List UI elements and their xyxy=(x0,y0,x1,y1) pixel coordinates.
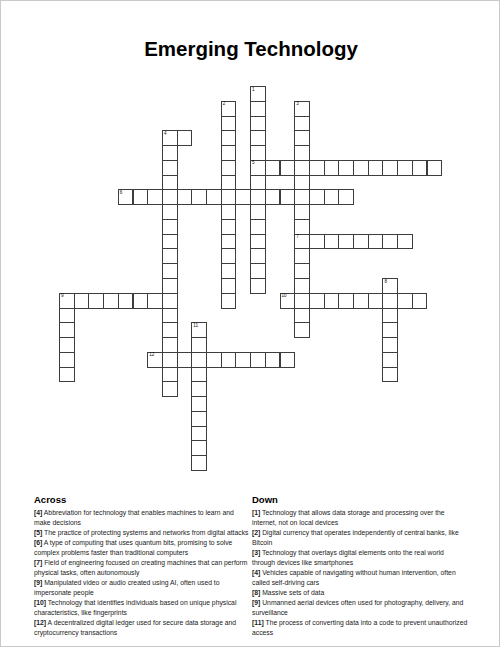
grid-cell[interactable] xyxy=(88,293,104,309)
grid-cell[interactable] xyxy=(412,160,428,176)
grid-cell[interactable] xyxy=(368,234,384,250)
grid-cell[interactable] xyxy=(235,352,251,368)
cell-number: 4 xyxy=(164,132,167,137)
grid-cell[interactable] xyxy=(338,189,354,205)
grid-cell[interactable] xyxy=(294,248,310,264)
grid-cell[interactable] xyxy=(250,204,266,220)
grid-cell[interactable] xyxy=(133,189,149,205)
clue-text: Abbreviation for technology that enables… xyxy=(34,509,234,526)
grid-cell[interactable] xyxy=(206,352,222,368)
grid-cell[interactable] xyxy=(397,160,413,176)
down-header: Down xyxy=(252,494,468,505)
grid-cell[interactable] xyxy=(250,352,266,368)
grid-cell[interactable] xyxy=(427,160,443,176)
clue-text: The practice of protecting systems and n… xyxy=(42,529,248,536)
grid-cell[interactable]: 3 xyxy=(294,101,310,117)
clue-item: [5] The practice of protecting systems a… xyxy=(34,528,250,538)
clue-item: [6] A type of computing that uses quantu… xyxy=(34,538,250,558)
grid-cell[interactable]: 9 xyxy=(59,293,75,309)
grid-cell[interactable]: 10 xyxy=(280,293,296,309)
grid-cell[interactable] xyxy=(162,175,178,191)
clue-item: [1] Technology that allows data storage … xyxy=(252,508,468,528)
grid-cell[interactable] xyxy=(324,189,340,205)
grid-cell[interactable] xyxy=(250,189,266,205)
grid-cell[interactable] xyxy=(177,130,193,146)
grid-cell[interactable] xyxy=(177,352,193,368)
clue-text: Manipulated video or audio created using… xyxy=(34,579,220,596)
crossword-grid: 123456789101112 xyxy=(59,86,442,471)
grid-cell[interactable] xyxy=(250,234,266,250)
clue-item: [12] A decentralized digital ledger used… xyxy=(34,618,250,638)
grid-cell[interactable] xyxy=(162,219,178,235)
grid-cell[interactable] xyxy=(162,204,178,220)
grid-cell[interactable] xyxy=(162,337,178,353)
clue-number: [12] xyxy=(34,619,46,626)
cell-number: 12 xyxy=(149,353,154,358)
grid-cell[interactable] xyxy=(250,116,266,132)
clue-item: [8] Massive sets of data xyxy=(252,588,468,598)
grid-cell[interactable] xyxy=(294,204,310,220)
grid-cell[interactable] xyxy=(74,293,90,309)
grid-cell[interactable]: 1 xyxy=(250,86,266,102)
cell-number: 8 xyxy=(384,280,387,285)
grid-cell[interactable] xyxy=(250,263,266,279)
clue-item: [4] Abbreviation for technology that ena… xyxy=(34,508,250,528)
grid-cell[interactable] xyxy=(294,293,310,309)
grid-cell[interactable] xyxy=(250,101,266,117)
grid-cell[interactable] xyxy=(280,352,296,368)
grid-cell[interactable] xyxy=(221,175,237,191)
grid-cell[interactable] xyxy=(324,234,340,250)
grid-cell[interactable] xyxy=(309,293,325,309)
grid-cell[interactable] xyxy=(338,160,354,176)
clues-across-section: Across [4] Abbreviation for technology t… xyxy=(34,494,250,638)
grid-cell[interactable]: 12 xyxy=(147,352,163,368)
grid-cell[interactable]: 7 xyxy=(294,234,310,250)
grid-cell[interactable] xyxy=(191,411,207,427)
grid-cell[interactable] xyxy=(294,160,310,176)
grid-cell[interactable] xyxy=(368,160,384,176)
page-title: Emerging Technology xyxy=(1,37,500,60)
clue-text: Technology that allows data storage and … xyxy=(252,509,445,526)
grid-cell[interactable] xyxy=(221,189,237,205)
grid-cell[interactable] xyxy=(397,293,413,309)
page-frame: Emerging Technology 123456789101112 Acro… xyxy=(0,0,500,647)
grid-cell[interactable] xyxy=(221,219,237,235)
grid-cell[interactable] xyxy=(221,204,237,220)
grid-cell[interactable] xyxy=(294,219,310,235)
grid-cell[interactable] xyxy=(191,337,207,353)
grid-cell[interactable] xyxy=(162,160,178,176)
across-header: Across xyxy=(34,494,250,505)
grid-cell[interactable] xyxy=(221,248,237,264)
clue-text: Field of engineering focused on creating… xyxy=(34,559,247,576)
grid-cell[interactable] xyxy=(294,263,310,279)
grid-cell[interactable] xyxy=(324,293,340,309)
grid-cell[interactable] xyxy=(162,263,178,279)
grid-cell[interactable]: 5 xyxy=(250,160,266,176)
grid-cell[interactable] xyxy=(221,130,237,146)
grid-cell[interactable] xyxy=(162,145,178,161)
clue-text: Technology that overlays digital element… xyxy=(252,549,444,566)
grid-cell[interactable] xyxy=(324,160,340,176)
grid-cell[interactable] xyxy=(309,160,325,176)
clue-text: A decentralized digital ledger used for … xyxy=(34,619,236,636)
grid-cell[interactable]: 11 xyxy=(191,322,207,338)
grid-cell[interactable] xyxy=(294,189,310,205)
grid-cell[interactable] xyxy=(162,352,178,368)
grid-cell[interactable] xyxy=(382,322,398,338)
clue-text: Digital currency that operates independe… xyxy=(252,529,459,546)
grid-cell[interactable] xyxy=(309,189,325,205)
grid-cell[interactable] xyxy=(118,293,134,309)
grid-cell[interactable] xyxy=(294,322,310,338)
cell-number: 11 xyxy=(193,324,198,329)
grid-cell[interactable] xyxy=(250,278,266,294)
clue-item: [9] Unmanned aerial devices often used f… xyxy=(252,598,468,618)
grid-cell[interactable] xyxy=(397,234,413,250)
grid-cell[interactable] xyxy=(250,248,266,264)
grid-cell[interactable] xyxy=(353,234,369,250)
grid-cell[interactable] xyxy=(250,175,266,191)
grid-cell[interactable] xyxy=(353,293,369,309)
grid-cell[interactable] xyxy=(162,308,178,324)
grid-cell[interactable] xyxy=(294,175,310,191)
clue-item: [2] Digital currency that operates indep… xyxy=(252,528,468,548)
cell-number: 2 xyxy=(223,102,226,107)
grid-cell[interactable] xyxy=(412,293,428,309)
clue-text: Vehicles capable of navigating without h… xyxy=(252,569,456,586)
grid-cell[interactable] xyxy=(191,455,207,471)
grid-cell[interactable] xyxy=(280,189,296,205)
grid-cell[interactable] xyxy=(250,130,266,146)
grid-cell[interactable] xyxy=(221,263,237,279)
grid-cell[interactable] xyxy=(206,189,222,205)
grid-cell[interactable] xyxy=(221,352,237,368)
grid-cell[interactable] xyxy=(250,145,266,161)
cell-number: 10 xyxy=(282,294,287,299)
clue-item: [3] Technology that overlays digital ele… xyxy=(252,548,468,568)
grid-cell[interactable] xyxy=(221,278,237,294)
grid-cell[interactable] xyxy=(191,426,207,442)
grid-cell[interactable] xyxy=(221,293,237,309)
clue-number: [10] xyxy=(34,599,46,606)
cell-number: 1 xyxy=(252,88,255,93)
grid-cell[interactable] xyxy=(59,367,75,383)
grid-cell[interactable] xyxy=(368,293,384,309)
clue-text: The process of converting data into a co… xyxy=(252,619,467,636)
grid-cell[interactable] xyxy=(147,189,163,205)
grid-cell[interactable] xyxy=(265,189,281,205)
grid-cell[interactable] xyxy=(250,219,266,235)
grid-cell[interactable] xyxy=(382,367,398,383)
cell-number: 6 xyxy=(120,191,123,196)
grid-cell[interactable] xyxy=(162,293,178,309)
grid-cell[interactable] xyxy=(59,308,75,324)
grid-cell[interactable] xyxy=(338,234,354,250)
grid-cell[interactable] xyxy=(162,367,178,383)
grid-cell[interactable] xyxy=(59,352,75,368)
grid-cell[interactable] xyxy=(103,293,119,309)
clue-item: [10] Technology that identifies individu… xyxy=(34,598,250,618)
grid-cell[interactable] xyxy=(294,278,310,294)
grid-cell[interactable] xyxy=(235,189,251,205)
grid-cell[interactable] xyxy=(338,293,354,309)
grid-cell[interactable] xyxy=(221,145,237,161)
clue-item: [4] Vehicles capable of navigating witho… xyxy=(252,568,468,588)
grid-cell[interactable] xyxy=(162,234,178,250)
grid-cell[interactable] xyxy=(294,116,310,132)
grid-cell[interactable] xyxy=(177,189,193,205)
grid-cell[interactable] xyxy=(133,293,149,309)
grid-cell[interactable] xyxy=(221,116,237,132)
clue-item: [9] Manipulated video or audio created u… xyxy=(34,578,250,598)
clues-down-section: Down [1] Technology that allows data sto… xyxy=(252,494,468,638)
grid-cell[interactable] xyxy=(162,278,178,294)
grid-cell[interactable] xyxy=(191,367,207,383)
grid-cell[interactable] xyxy=(59,322,75,338)
cell-number: 5 xyxy=(252,161,255,166)
clue-text: A type of computing that uses quantum bi… xyxy=(34,539,232,556)
cell-number: 3 xyxy=(296,102,299,107)
clue-item: [11] The process of converting data into… xyxy=(252,618,468,638)
grid-cell[interactable] xyxy=(353,160,369,176)
grid-cell[interactable]: 4 xyxy=(162,130,178,146)
grid-cell[interactable] xyxy=(191,440,207,456)
grid-cell[interactable] xyxy=(294,145,310,161)
grid-cell[interactable] xyxy=(309,234,325,250)
grid-cell[interactable]: 8 xyxy=(382,278,398,294)
clue-item: [7] Field of engineering focused on crea… xyxy=(34,558,250,578)
grid-cell[interactable] xyxy=(294,130,310,146)
grid-cell[interactable]: 6 xyxy=(118,189,134,205)
clue-text: Technology that identifies individuals b… xyxy=(34,599,236,616)
down-clue-list: [1] Technology that allows data storage … xyxy=(252,508,468,638)
grid-cell[interactable] xyxy=(280,160,296,176)
grid-cell[interactable] xyxy=(382,352,398,368)
grid-cell[interactable] xyxy=(221,234,237,250)
grid-cell[interactable] xyxy=(294,308,310,324)
grid-cell[interactable] xyxy=(382,308,398,324)
grid-cell[interactable] xyxy=(382,293,398,309)
grid-cell[interactable] xyxy=(59,337,75,353)
clue-text: Unmanned aerial devices often used for p… xyxy=(252,599,463,616)
across-clue-list: [4] Abbreviation for technology that ena… xyxy=(34,508,250,638)
grid-cell[interactable] xyxy=(191,381,207,397)
grid-cell[interactable] xyxy=(191,352,207,368)
grid-cell[interactable] xyxy=(162,322,178,338)
cell-number: 9 xyxy=(61,294,64,299)
grid-cell[interactable] xyxy=(382,160,398,176)
grid-cell[interactable] xyxy=(147,293,163,309)
grid-cell[interactable]: 2 xyxy=(221,101,237,117)
grid-cell[interactable] xyxy=(265,352,281,368)
clue-text: Massive sets of data xyxy=(260,589,324,596)
grid-cell[interactable] xyxy=(382,337,398,353)
grid-cell[interactable] xyxy=(162,381,178,397)
grid-cell[interactable] xyxy=(162,189,178,205)
clue-number: [11] xyxy=(252,619,264,626)
grid-cell[interactable] xyxy=(191,189,207,205)
grid-cell[interactable] xyxy=(162,248,178,264)
cell-number: 7 xyxy=(296,235,299,240)
grid-cell[interactable] xyxy=(221,160,237,176)
grid-cell[interactable] xyxy=(265,160,281,176)
grid-cell[interactable] xyxy=(382,234,398,250)
grid-cell[interactable] xyxy=(191,396,207,412)
